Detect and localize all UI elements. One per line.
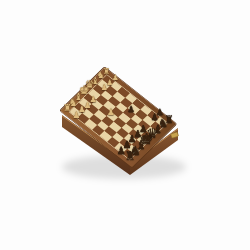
product-photo: ♜♞♝♚♛♝♞♜♟♟♟♟♟♟♟♟♟♟♟♟♟♟♟♟♜♞♝♚♛♝♞♜ bbox=[0, 0, 250, 250]
scene: ♜♞♝♚♛♝♞♜♟♟♟♟♟♟♟♟♟♟♟♟♟♟♟♟♜♞♝♚♛♝♞♜ bbox=[0, 0, 250, 250]
piece-wP: ♟ bbox=[72, 111, 80, 120]
piece-wR: ♜ bbox=[63, 103, 72, 113]
pieces-layer: ♜♞♝♚♛♝♞♜♟♟♟♟♟♟♟♟♟♟♟♟♟♟♟♟♜♞♝♚♛♝♞♜ bbox=[0, 0, 250, 250]
piece-wP: ♟ bbox=[101, 84, 108, 92]
piece-wP: ♟ bbox=[107, 109, 115, 118]
piece-bP: ♟ bbox=[127, 105, 135, 114]
piece-bR: ♜ bbox=[125, 151, 136, 163]
